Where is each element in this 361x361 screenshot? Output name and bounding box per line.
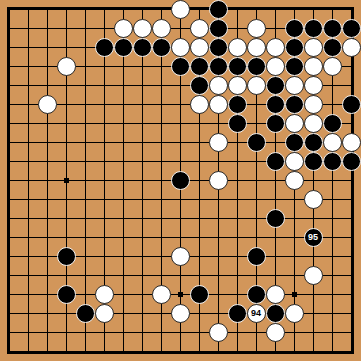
white-stone: [209, 133, 228, 152]
white-stone: [190, 95, 209, 114]
white-stone: [209, 95, 228, 114]
white-stone: [285, 304, 304, 323]
black-stone: [190, 76, 209, 95]
star-point: [178, 292, 183, 297]
white-stone: [190, 19, 209, 38]
white-stone: [171, 304, 190, 323]
black-stone: [228, 95, 247, 114]
black-stone: [57, 247, 76, 266]
white-stone: [95, 304, 114, 323]
star-point: [64, 178, 69, 183]
black-stone: [285, 19, 304, 38]
white-stone: [285, 171, 304, 190]
black-stone: [171, 57, 190, 76]
white-stone: [171, 247, 190, 266]
white-stone: [95, 285, 114, 304]
black-stone: [76, 304, 95, 323]
white-stone: [304, 114, 323, 133]
black-stone: [285, 38, 304, 57]
grid-line-horizontal: [9, 332, 351, 333]
white-stone: [209, 76, 228, 95]
white-stone: [285, 114, 304, 133]
black-stone: [228, 57, 247, 76]
black-stone: [323, 114, 342, 133]
white-stone: [323, 57, 342, 76]
black-stone: [266, 152, 285, 171]
white-stone-numbered: 94: [247, 304, 266, 323]
black-stone: [304, 133, 323, 152]
white-stone: [266, 57, 285, 76]
white-stone: [114, 19, 133, 38]
grid-line-horizontal: [9, 275, 351, 276]
black-stone: [209, 38, 228, 57]
white-stone: [57, 57, 76, 76]
black-stone: [266, 304, 285, 323]
white-stone: [228, 76, 247, 95]
black-stone: [342, 152, 361, 171]
white-stone: [304, 57, 323, 76]
grid-line-horizontal: [9, 199, 351, 200]
white-stone: [266, 285, 285, 304]
black-stone: [228, 114, 247, 133]
black-stone: [266, 76, 285, 95]
black-stone: [152, 38, 171, 57]
black-stone: [209, 57, 228, 76]
star-point: [292, 292, 297, 297]
black-stone: [95, 38, 114, 57]
black-stone: [114, 38, 133, 57]
black-stone: [247, 133, 266, 152]
white-stone: [209, 171, 228, 190]
black-stone: [266, 209, 285, 228]
white-stone: [209, 323, 228, 342]
black-stone: [190, 57, 209, 76]
black-stone: [323, 19, 342, 38]
white-stone: [133, 19, 152, 38]
black-stone: [285, 133, 304, 152]
white-stone: [171, 0, 190, 19]
white-stone: [285, 152, 304, 171]
white-stone: [247, 76, 266, 95]
black-stone: [247, 57, 266, 76]
white-stone: [304, 38, 323, 57]
black-stone: [266, 114, 285, 133]
black-stone: [247, 247, 266, 266]
white-stone: [285, 76, 304, 95]
white-stone: [304, 95, 323, 114]
black-stone: [228, 304, 247, 323]
white-stone: [171, 38, 190, 57]
black-stone: [266, 95, 285, 114]
black-stone-numbered: 95: [304, 228, 323, 247]
black-stone: [304, 152, 323, 171]
black-stone: [342, 19, 361, 38]
grid-line-horizontal: [9, 218, 351, 219]
black-stone: [133, 38, 152, 57]
white-stone: [304, 266, 323, 285]
white-stone: [266, 323, 285, 342]
black-stone: [171, 171, 190, 190]
white-stone: [342, 133, 361, 152]
white-stone: [323, 133, 342, 152]
white-stone: [152, 285, 171, 304]
white-stone: [247, 19, 266, 38]
white-stone: [342, 38, 361, 57]
grid-line-horizontal: [9, 237, 351, 238]
white-stone: [266, 38, 285, 57]
black-stone: [304, 19, 323, 38]
white-stone: [304, 190, 323, 209]
black-stone: [323, 152, 342, 171]
white-stone: [190, 38, 209, 57]
black-stone: [209, 19, 228, 38]
black-stone: [285, 95, 304, 114]
white-stone: [152, 19, 171, 38]
white-stone: [228, 38, 247, 57]
white-stone: [304, 76, 323, 95]
go-board[interactable]: 9594: [0, 0, 361, 361]
black-stone: [342, 95, 361, 114]
black-stone: [285, 57, 304, 76]
white-stone: [247, 38, 266, 57]
black-stone: [209, 0, 228, 19]
white-stone: [38, 95, 57, 114]
black-stone: [323, 38, 342, 57]
black-stone: [190, 285, 209, 304]
black-stone: [57, 285, 76, 304]
black-stone: [247, 285, 266, 304]
